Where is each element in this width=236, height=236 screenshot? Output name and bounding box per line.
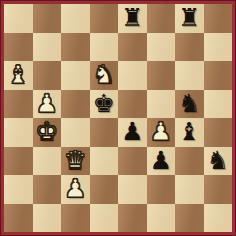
- square-a6[interactable]: ♝: [4, 61, 33, 90]
- square-g6[interactable]: [175, 61, 204, 90]
- square-c7[interactable]: [61, 33, 90, 62]
- piece-black-knight[interactable]: ♞: [207, 147, 229, 175]
- square-f3[interactable]: ♟: [147, 147, 176, 176]
- piece-white-pawn[interactable]: ♟: [36, 90, 58, 118]
- piece-white-knight[interactable]: ♞: [93, 61, 115, 89]
- piece-white-king[interactable]: ♚: [36, 118, 58, 146]
- square-b4[interactable]: ♚: [33, 118, 62, 147]
- square-g5[interactable]: ♞: [175, 90, 204, 119]
- square-g3[interactable]: [175, 147, 204, 176]
- square-b3[interactable]: [33, 147, 62, 176]
- square-c4[interactable]: [61, 118, 90, 147]
- square-b1[interactable]: [33, 204, 62, 233]
- square-a7[interactable]: [4, 33, 33, 62]
- square-b6[interactable]: [33, 61, 62, 90]
- square-f8[interactable]: [147, 4, 176, 33]
- square-d6[interactable]: ♞: [90, 61, 119, 90]
- square-b5[interactable]: ♟: [33, 90, 62, 119]
- square-f5[interactable]: [147, 90, 176, 119]
- chess-board: ♜♜♝♞♟♚♞♚♟♟♝♛♟♞♟: [4, 4, 232, 232]
- square-g2[interactable]: [175, 175, 204, 204]
- square-e2[interactable]: [118, 175, 147, 204]
- piece-white-pawn[interactable]: ♟: [150, 118, 172, 146]
- square-b8[interactable]: [33, 4, 62, 33]
- piece-black-pawn[interactable]: ♟: [121, 118, 143, 146]
- chess-board-frame: ♜♜♝♞♟♚♞♚♟♟♝♛♟♞♟: [0, 0, 236, 236]
- square-c1[interactable]: [61, 204, 90, 233]
- square-c5[interactable]: [61, 90, 90, 119]
- square-g7[interactable]: [175, 33, 204, 62]
- square-d8[interactable]: [90, 4, 119, 33]
- piece-white-pawn[interactable]: ♟: [64, 175, 86, 203]
- square-c2[interactable]: ♟: [61, 175, 90, 204]
- square-a5[interactable]: [4, 90, 33, 119]
- square-e7[interactable]: [118, 33, 147, 62]
- piece-white-queen[interactable]: ♛: [64, 147, 86, 175]
- piece-black-knight[interactable]: ♞: [178, 90, 200, 118]
- square-g1[interactable]: [175, 204, 204, 233]
- square-d2[interactable]: [90, 175, 119, 204]
- square-f4[interactable]: ♟: [147, 118, 176, 147]
- square-c8[interactable]: [61, 4, 90, 33]
- square-a4[interactable]: [4, 118, 33, 147]
- square-d1[interactable]: [90, 204, 119, 233]
- square-a2[interactable]: [4, 175, 33, 204]
- square-h7[interactable]: [204, 33, 233, 62]
- square-h3[interactable]: ♞: [204, 147, 233, 176]
- piece-black-rook[interactable]: ♜: [178, 4, 200, 32]
- square-h2[interactable]: [204, 175, 233, 204]
- square-f7[interactable]: [147, 33, 176, 62]
- piece-black-bishop[interactable]: ♝: [178, 118, 200, 146]
- piece-white-bishop[interactable]: ♝: [7, 61, 29, 89]
- square-g4[interactable]: ♝: [175, 118, 204, 147]
- piece-black-rook[interactable]: ♜: [121, 4, 143, 32]
- square-f2[interactable]: [147, 175, 176, 204]
- square-h1[interactable]: [204, 204, 233, 233]
- square-d7[interactable]: [90, 33, 119, 62]
- square-h4[interactable]: [204, 118, 233, 147]
- square-d3[interactable]: [90, 147, 119, 176]
- square-h5[interactable]: [204, 90, 233, 119]
- square-c3[interactable]: ♛: [61, 147, 90, 176]
- square-e6[interactable]: [118, 61, 147, 90]
- square-h6[interactable]: [204, 61, 233, 90]
- square-e8[interactable]: ♜: [118, 4, 147, 33]
- square-a3[interactable]: [4, 147, 33, 176]
- square-d4[interactable]: [90, 118, 119, 147]
- piece-black-king[interactable]: ♚: [93, 90, 115, 118]
- square-c6[interactable]: [61, 61, 90, 90]
- square-e4[interactable]: ♟: [118, 118, 147, 147]
- square-b7[interactable]: [33, 33, 62, 62]
- square-e3[interactable]: [118, 147, 147, 176]
- square-e1[interactable]: [118, 204, 147, 233]
- square-h8[interactable]: [204, 4, 233, 33]
- square-d5[interactable]: ♚: [90, 90, 119, 119]
- piece-black-pawn[interactable]: ♟: [150, 147, 172, 175]
- square-f6[interactable]: [147, 61, 176, 90]
- square-a8[interactable]: [4, 4, 33, 33]
- square-a1[interactable]: [4, 204, 33, 233]
- square-f1[interactable]: [147, 204, 176, 233]
- square-g8[interactable]: ♜: [175, 4, 204, 33]
- square-b2[interactable]: [33, 175, 62, 204]
- square-e5[interactable]: [118, 90, 147, 119]
